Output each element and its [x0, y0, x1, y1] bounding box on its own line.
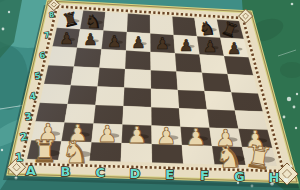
black-pawn-a7[interactable]: ♟ — [59, 29, 74, 48]
piece-glyph: ♜ — [243, 138, 275, 177]
white-pawn-d2[interactable]: ♟ — [126, 122, 148, 148]
black-pawn-b7[interactable]: ♟ — [83, 30, 98, 49]
piece-glyph: ♟ — [155, 34, 169, 53]
piece-glyph: ♞ — [61, 134, 89, 170]
file-label-E: E — [165, 167, 174, 182]
paint-speckle — [2, 28, 5, 31]
piece-glyph: ♞ — [198, 17, 216, 39]
piece-glyph: ♟ — [107, 32, 121, 51]
paint-speckle — [8, 11, 10, 13]
black-pawn-f7[interactable]: ♟ — [179, 36, 194, 55]
black-pawn-g7[interactable]: ♟ — [203, 37, 218, 56]
file-label-F: F — [200, 168, 209, 183]
file-label-C: C — [95, 165, 105, 180]
white-pawn-e2[interactable]: ♟ — [156, 123, 178, 149]
piece-glyph: ♟ — [83, 30, 97, 49]
black-pawn-e7[interactable]: ♟ — [155, 34, 170, 53]
chess-scene: ABCDEFGH87654321♜♞♞♜♟♟♟♟♟♟♟♟♟♟♟♟♟♟♟♟♜♞♞♜ — [0, 0, 300, 190]
black-knight-g8[interactable]: ♞ — [198, 17, 217, 39]
piece-glyph: ♟ — [131, 33, 145, 52]
piece-glyph: ♟ — [203, 37, 217, 56]
piece-glyph: ♟ — [59, 29, 73, 48]
white-rook-h1[interactable]: ♜ — [243, 138, 275, 177]
paint-speckle — [293, 106, 296, 109]
piece-glyph: ♞ — [214, 138, 244, 175]
white-pawn-f2[interactable]: ♟ — [186, 124, 208, 150]
piece-glyph: ♜ — [31, 134, 58, 169]
piece-glyph: ♟ — [126, 122, 147, 148]
black-knight-b8[interactable]: ♞ — [85, 11, 103, 32]
piece-glyph: ♟ — [227, 39, 241, 58]
paint-speckle — [284, 178, 288, 182]
piece-glyph: ♟ — [97, 121, 118, 147]
paint-speckle — [283, 116, 286, 119]
piece-glyph: ♞ — [85, 11, 102, 32]
paint-speckle — [289, 164, 292, 167]
white-knight-b1[interactable]: ♞ — [61, 134, 91, 170]
white-rook-a1[interactable]: ♜ — [31, 134, 60, 169]
black-pawn-c7[interactable]: ♟ — [107, 32, 122, 51]
black-pawn-h7[interactable]: ♟ — [227, 39, 242, 58]
piece-glyph: ♟ — [186, 124, 207, 150]
paint-speckle — [287, 97, 291, 101]
file-label-D: D — [130, 166, 141, 181]
paint-speckle — [295, 127, 297, 129]
piece-glyph: ♟ — [179, 36, 193, 55]
white-pawn-c2[interactable]: ♟ — [97, 121, 119, 147]
board-3d-view: ABCDEFGH87654321♜♞♞♜♟♟♟♟♟♟♟♟♟♟♟♟♟♟♟♟♜♞♞♜ — [0, 0, 300, 190]
black-pawn-d7[interactable]: ♟ — [131, 33, 146, 52]
white-knight-g1[interactable]: ♞ — [214, 138, 245, 175]
paint-speckle — [296, 93, 298, 95]
piece-glyph: ♟ — [156, 123, 177, 149]
paint-speckle — [291, 3, 294, 6]
paint-speckle — [1, 149, 3, 151]
